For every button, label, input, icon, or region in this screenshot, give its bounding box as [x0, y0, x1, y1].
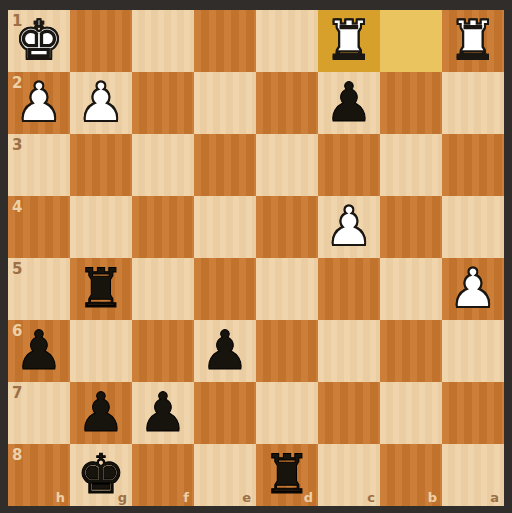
- square-b8[interactable]: b: [380, 444, 442, 506]
- square-c6[interactable]: [318, 320, 380, 382]
- white-rook[interactable]: ♜︎: [449, 10, 497, 72]
- square-d7[interactable]: [256, 382, 318, 444]
- square-d1[interactable]: [256, 10, 318, 72]
- white-pawn[interactable]: ♟︎: [77, 72, 125, 134]
- square-g7[interactable]: ♟︎: [70, 382, 132, 444]
- square-f2[interactable]: [132, 72, 194, 134]
- black-rook[interactable]: ♜︎: [263, 444, 311, 506]
- square-c4[interactable]: ♟︎: [318, 196, 380, 258]
- chess-board: 1♚︎♜︎♜︎2♟︎♟︎♟︎34♟︎5♜︎♟︎6♟︎♟︎7♟︎♟︎8hg♚︎fe…: [8, 10, 504, 506]
- square-b6[interactable]: [380, 320, 442, 382]
- white-pawn[interactable]: ♟︎: [325, 196, 373, 258]
- square-g5[interactable]: ♜︎: [70, 258, 132, 320]
- square-a7[interactable]: [442, 382, 504, 444]
- square-f5[interactable]: [132, 258, 194, 320]
- square-g1[interactable]: [70, 10, 132, 72]
- white-pawn[interactable]: ♟︎: [15, 72, 63, 134]
- white-king[interactable]: ♚︎: [15, 10, 63, 72]
- square-h2[interactable]: 2♟︎: [8, 72, 70, 134]
- square-f7[interactable]: ♟︎: [132, 382, 194, 444]
- file-label-a: a: [490, 490, 499, 505]
- file-label-b: b: [428, 490, 437, 505]
- square-e8[interactable]: e: [194, 444, 256, 506]
- file-label-e: e: [242, 490, 251, 505]
- square-e5[interactable]: [194, 258, 256, 320]
- square-c7[interactable]: [318, 382, 380, 444]
- square-d6[interactable]: [256, 320, 318, 382]
- square-e7[interactable]: [194, 382, 256, 444]
- square-d8[interactable]: d♜︎: [256, 444, 318, 506]
- white-rook[interactable]: ♜︎: [325, 10, 373, 72]
- square-g2[interactable]: ♟︎: [70, 72, 132, 134]
- square-b4[interactable]: [380, 196, 442, 258]
- square-c1[interactable]: ♜︎: [318, 10, 380, 72]
- square-c5[interactable]: [318, 258, 380, 320]
- square-b3[interactable]: [380, 134, 442, 196]
- rank-label-7: 7: [12, 384, 22, 402]
- square-g4[interactable]: [70, 196, 132, 258]
- square-h8[interactable]: 8h: [8, 444, 70, 506]
- black-rook[interactable]: ♜︎: [77, 258, 125, 320]
- file-label-h: h: [56, 490, 65, 505]
- square-g3[interactable]: [70, 134, 132, 196]
- rank-label-8: 8: [12, 446, 22, 464]
- square-d4[interactable]: [256, 196, 318, 258]
- black-pawn[interactable]: ♟︎: [201, 320, 249, 382]
- square-d3[interactable]: [256, 134, 318, 196]
- square-h3[interactable]: 3: [8, 134, 70, 196]
- square-e6[interactable]: ♟︎: [194, 320, 256, 382]
- square-b5[interactable]: [380, 258, 442, 320]
- file-label-c: c: [367, 490, 375, 505]
- square-e1[interactable]: [194, 10, 256, 72]
- square-e4[interactable]: [194, 196, 256, 258]
- black-pawn[interactable]: ♟︎: [15, 320, 63, 382]
- square-g8[interactable]: g♚︎: [70, 444, 132, 506]
- white-pawn[interactable]: ♟︎: [449, 258, 497, 320]
- rank-label-4: 4: [12, 198, 22, 216]
- square-e3[interactable]: [194, 134, 256, 196]
- square-a2[interactable]: [442, 72, 504, 134]
- square-f4[interactable]: [132, 196, 194, 258]
- square-h5[interactable]: 5: [8, 258, 70, 320]
- square-b2[interactable]: [380, 72, 442, 134]
- square-c2[interactable]: ♟︎: [318, 72, 380, 134]
- square-b1[interactable]: [380, 10, 442, 72]
- square-f6[interactable]: [132, 320, 194, 382]
- black-king[interactable]: ♚︎: [77, 444, 125, 506]
- square-h1[interactable]: 1♚︎: [8, 10, 70, 72]
- black-pawn[interactable]: ♟︎: [325, 72, 373, 134]
- square-f1[interactable]: [132, 10, 194, 72]
- square-a8[interactable]: a: [442, 444, 504, 506]
- square-f3[interactable]: [132, 134, 194, 196]
- square-h7[interactable]: 7: [8, 382, 70, 444]
- square-f8[interactable]: f: [132, 444, 194, 506]
- rank-label-3: 3: [12, 136, 22, 154]
- square-a3[interactable]: [442, 134, 504, 196]
- square-h6[interactable]: 6♟︎: [8, 320, 70, 382]
- black-pawn[interactable]: ♟︎: [77, 382, 125, 444]
- square-c8[interactable]: c: [318, 444, 380, 506]
- square-a6[interactable]: [442, 320, 504, 382]
- square-e2[interactable]: [194, 72, 256, 134]
- square-g6[interactable]: [70, 320, 132, 382]
- square-a5[interactable]: ♟︎: [442, 258, 504, 320]
- square-d5[interactable]: [256, 258, 318, 320]
- square-a4[interactable]: [442, 196, 504, 258]
- rank-label-5: 5: [12, 260, 22, 278]
- file-label-f: f: [183, 490, 189, 505]
- square-c3[interactable]: [318, 134, 380, 196]
- square-d2[interactable]: [256, 72, 318, 134]
- square-b7[interactable]: [380, 382, 442, 444]
- square-a1[interactable]: ♜︎: [442, 10, 504, 72]
- square-h4[interactable]: 4: [8, 196, 70, 258]
- black-pawn[interactable]: ♟︎: [139, 382, 187, 444]
